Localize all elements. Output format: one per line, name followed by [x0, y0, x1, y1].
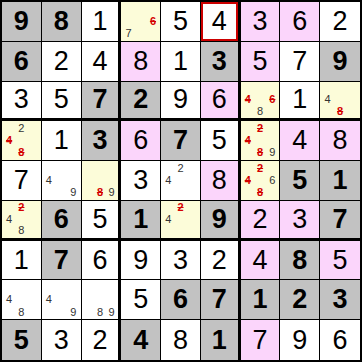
given-digit: 1 — [133, 206, 148, 233]
cell-r3c9[interactable]: 48 — [320, 82, 360, 122]
candidate-eliminated: 2 — [254, 122, 266, 134]
cell-r4c2[interactable]: 1 — [42, 121, 82, 161]
cell-r4c3[interactable]: 3 — [82, 121, 122, 161]
cell-r3c3[interactable]: 7 — [82, 82, 122, 122]
solved-digit: 1 — [14, 247, 29, 274]
cell-r6c8[interactable]: 3 — [280, 201, 320, 241]
given-digit: 6 — [14, 48, 29, 75]
pencil-marks: 468 — [242, 83, 279, 118]
solved-digit: 5 — [253, 48, 268, 75]
cell-r6c1[interactable]: 248 — [2, 201, 42, 241]
cell-r4c4[interactable]: 6 — [121, 121, 161, 161]
cell-r2c3[interactable]: 4 — [82, 42, 122, 82]
cell-r4c6[interactable]: 5 — [201, 121, 241, 161]
solved-digit: 9 — [133, 247, 148, 274]
cell-r3c8[interactable]: 1 — [280, 82, 320, 122]
cell-r8c9[interactable]: 3 — [320, 280, 360, 320]
cell-r5c8[interactable]: 5 — [280, 161, 320, 201]
cell-r3c1[interactable]: 3 — [2, 82, 42, 122]
cell-r7c7[interactable]: 4 — [241, 241, 281, 281]
cell-r8c4[interactable]: 5 — [121, 280, 161, 320]
solved-digit: 8 — [173, 327, 188, 354]
cell-r3c2[interactable]: 5 — [42, 82, 82, 122]
given-digit: 6 — [54, 206, 69, 233]
cell-r2c8[interactable]: 7 — [280, 42, 320, 82]
solved-digit: 5 — [212, 127, 227, 154]
candidate: 9 — [67, 187, 79, 199]
cell-r8c8[interactable]: 2 — [280, 280, 320, 320]
cell-r1c3[interactable]: 1 — [82, 2, 122, 42]
solved-digit: 1 — [54, 127, 69, 154]
pencil-marks: 2489 — [242, 122, 279, 159]
cell-r1c9[interactable]: 2 — [320, 2, 360, 42]
solved-digit: 6 — [333, 327, 348, 354]
cell-r9c3[interactable]: 2 — [82, 320, 122, 360]
pencil-marks: 89 — [83, 281, 118, 318]
solved-digit: 4 — [212, 8, 227, 35]
cell-r2c2[interactable]: 2 — [42, 42, 82, 82]
solved-digit: 3 — [173, 247, 188, 274]
solved-digit: 2 — [92, 327, 107, 354]
cell-r4c9[interactable]: 8 — [320, 121, 360, 161]
candidate: 4 — [43, 294, 55, 306]
cell-r1c8[interactable]: 6 — [280, 2, 320, 42]
cell-r2c7[interactable]: 5 — [241, 42, 281, 82]
cell-r2c6[interactable]: 3 — [201, 42, 241, 82]
solved-digit: 5 — [173, 8, 188, 35]
given-digit: 3 — [333, 286, 348, 313]
solved-digit: 4 — [92, 48, 107, 75]
pencil-marks: 89 — [83, 162, 118, 199]
given-digit: 3 — [92, 127, 107, 154]
candidate-eliminated: 4 — [3, 135, 15, 147]
cell-r6c5[interactable]: 24 — [161, 201, 201, 241]
solved-digit: 5 — [133, 286, 148, 313]
cell-r5c7[interactable]: 2468 — [241, 161, 281, 201]
given-digit: 2 — [292, 286, 307, 313]
cell-r2c4[interactable]: 8 — [121, 42, 161, 82]
cell-r5c9[interactable]: 1 — [320, 161, 360, 201]
cell-r7c6[interactable]: 2 — [201, 241, 241, 281]
cell-r8c6[interactable]: 7 — [201, 280, 241, 320]
candidate-eliminated: 8 — [254, 147, 266, 159]
cell-r1c5[interactable]: 5 — [161, 2, 201, 42]
cell-r1c6-selected[interactable]: 4 — [201, 2, 241, 42]
cell-r4c5[interactable]: 7 — [161, 121, 201, 161]
solved-digit: 2 — [54, 48, 69, 75]
solved-digit: 6 — [133, 127, 148, 154]
candidate: 8 — [94, 306, 106, 318]
candidate: 4 — [162, 213, 174, 225]
solved-digit: 7 — [253, 327, 268, 354]
cell-r1c4[interactable]: 67 — [121, 2, 161, 42]
cell-r3c5[interactable]: 9 — [161, 82, 201, 122]
cell-r2c9[interactable]: 9 — [320, 42, 360, 82]
cell-r4c8[interactable]: 4 — [280, 121, 320, 161]
cell-r2c5[interactable]: 1 — [161, 42, 201, 82]
solved-digit: 3 — [253, 8, 268, 35]
solved-digit: 6 — [212, 86, 227, 113]
cell-r9c9[interactable]: 6 — [320, 320, 360, 360]
cell-r7c2[interactable]: 7 — [42, 241, 82, 281]
given-digit: 4 — [133, 327, 148, 354]
pencil-marks: 24 — [162, 162, 199, 199]
cell-r8c5[interactable]: 6 — [161, 280, 201, 320]
pencil-marks: 49 — [43, 281, 80, 318]
candidate-eliminated: 6 — [147, 15, 159, 27]
candidate: 8 — [254, 106, 266, 118]
solved-digit: 7 — [292, 48, 307, 75]
given-digit: 1 — [212, 327, 227, 354]
cell-r9c5[interactable]: 8 — [161, 320, 201, 360]
solved-digit: 8 — [133, 48, 148, 75]
candidate-eliminated: 8 — [254, 187, 266, 199]
candidate-eliminated: 8 — [15, 147, 27, 159]
cell-r7c9[interactable]: 5 — [320, 241, 360, 281]
cell-r5c3[interactable]: 89 — [82, 161, 122, 201]
solved-digit: 8 — [333, 127, 348, 154]
solved-digit: 1 — [173, 48, 188, 75]
candidate: 6 — [266, 174, 278, 186]
cell-r5c2[interactable]: 49 — [42, 161, 82, 201]
solved-digit: 7 — [14, 167, 29, 194]
cell-r9c4[interactable]: 4 — [121, 320, 161, 360]
sudoku-board: 9816754362624813579357296468148248136752… — [0, 0, 362, 362]
cell-r6c2[interactable]: 6 — [42, 201, 82, 241]
given-digit: 7 — [92, 86, 107, 113]
cell-r2c1[interactable]: 6 — [2, 42, 42, 82]
candidate: 4 — [321, 94, 334, 106]
given-digit: 2 — [133, 86, 148, 113]
candidate-eliminated: 8 — [94, 187, 106, 199]
given-digit: 7 — [173, 127, 188, 154]
given-digit: 7 — [54, 247, 69, 274]
cell-r7c1[interactable]: 1 — [2, 241, 42, 281]
solved-digit: 2 — [333, 8, 348, 35]
candidate: 8 — [15, 225, 27, 237]
given-digit: 1 — [253, 286, 268, 313]
candidate-eliminated: 2 — [254, 162, 266, 174]
pencil-marks: 48 — [3, 281, 40, 318]
candidate: 8 — [15, 306, 27, 318]
candidate-eliminated: 8 — [334, 106, 347, 118]
candidate: 4 — [43, 174, 55, 186]
cell-r5c1[interactable]: 7 — [2, 161, 42, 201]
solved-digit: 3 — [133, 167, 148, 194]
candidate-eliminated: 4 — [242, 174, 254, 186]
given-digit: 7 — [212, 286, 227, 313]
candidate: 9 — [106, 187, 118, 199]
cell-r5c4[interactable]: 3 — [121, 161, 161, 201]
sudoku-app: 9816754362624813579357296468148248136752… — [0, 0, 362, 362]
cell-r7c3[interactable]: 6 — [82, 241, 122, 281]
cell-r6c4[interactable]: 1 — [121, 201, 161, 241]
cell-r1c7[interactable]: 3 — [241, 2, 281, 42]
candidate-eliminated: 6 — [266, 94, 278, 106]
cell-r7c5[interactable]: 3 — [161, 241, 201, 281]
solved-digit: 2 — [212, 247, 227, 274]
solved-digit: 3 — [54, 327, 69, 354]
given-digit: 8 — [292, 247, 307, 274]
solved-digit: 8 — [212, 167, 227, 194]
cell-r8c3[interactable]: 89 — [82, 280, 122, 320]
given-digit: 8 — [54, 8, 69, 35]
solved-digit: 5 — [92, 206, 107, 233]
cell-r9c6[interactable]: 1 — [201, 320, 241, 360]
solved-digit: 4 — [292, 127, 307, 154]
pencil-marks: 48 — [321, 83, 359, 118]
cell-r6c9[interactable]: 7 — [320, 201, 360, 241]
cell-r6c7[interactable]: 2 — [241, 201, 281, 241]
cell-r8c1[interactable]: 48 — [2, 280, 42, 320]
cell-r8c2[interactable]: 49 — [42, 280, 82, 320]
cell-r5c6[interactable]: 8 — [201, 161, 241, 201]
pencil-marks: 2468 — [242, 162, 279, 199]
given-digit: 3 — [212, 48, 227, 75]
cell-r6c3[interactable]: 5 — [82, 201, 122, 241]
candidate-eliminated: 4 — [242, 135, 254, 147]
candidate: 7 — [122, 28, 134, 40]
given-digit: 9 — [333, 48, 348, 75]
solved-digit: 4 — [253, 247, 268, 274]
solved-digit: 9 — [292, 327, 307, 354]
pencil-marks: 248 — [3, 202, 40, 237]
cell-r1c2[interactable]: 8 — [42, 2, 82, 42]
pencil-marks: 24 — [162, 202, 199, 237]
cell-r6c6[interactable]: 9 — [201, 201, 241, 241]
cell-r1c1[interactable]: 9 — [2, 2, 42, 42]
candidate: 4 — [162, 174, 174, 186]
solved-digit: 9 — [173, 86, 188, 113]
solved-digit: 1 — [92, 8, 107, 35]
given-digit: 5 — [14, 327, 29, 354]
cell-r5c5[interactable]: 24 — [161, 161, 201, 201]
given-digit: 9 — [14, 8, 29, 35]
cell-r9c2[interactable]: 3 — [42, 320, 82, 360]
given-digit: 1 — [333, 167, 348, 194]
candidate: 4 — [3, 294, 15, 306]
given-digit: 7 — [333, 206, 348, 233]
candidate-eliminated: 2 — [174, 202, 186, 214]
cell-r7c8[interactable]: 8 — [280, 241, 320, 281]
candidate: 9 — [67, 306, 79, 318]
solved-digit: 5 — [333, 247, 348, 274]
candidate: 9 — [106, 306, 118, 318]
given-digit: 9 — [212, 206, 227, 233]
cell-r9c8[interactable]: 9 — [280, 320, 320, 360]
pencil-marks: 67 — [122, 3, 159, 40]
cell-r3c7[interactable]: 468 — [241, 82, 281, 122]
candidate-eliminated: 4 — [242, 94, 254, 106]
cell-r7c4[interactable]: 9 — [121, 241, 161, 281]
candidate: 9 — [266, 147, 278, 159]
solved-digit: 3 — [292, 206, 307, 233]
candidate: 2 — [174, 162, 186, 174]
candidate-eliminated: 2 — [15, 202, 27, 214]
given-digit: 5 — [292, 167, 307, 194]
cell-r9c1[interactable]: 5 — [2, 320, 42, 360]
cell-r4c1[interactable]: 248 — [2, 121, 42, 161]
solved-digit: 2 — [253, 206, 268, 233]
solved-digit: 5 — [54, 86, 69, 113]
given-digit: 6 — [173, 286, 188, 313]
pencil-marks: 248 — [3, 122, 40, 159]
cell-r8c7[interactable]: 1 — [241, 280, 281, 320]
cell-r9c7[interactable]: 7 — [241, 320, 281, 360]
solved-digit: 6 — [292, 8, 307, 35]
pencil-marks: 49 — [43, 162, 80, 199]
cell-r4c7[interactable]: 2489 — [241, 121, 281, 161]
solved-digit: 3 — [14, 86, 29, 113]
solved-digit: 1 — [292, 86, 307, 113]
cell-r3c4[interactable]: 2 — [121, 82, 161, 122]
candidate: 4 — [3, 213, 15, 225]
solved-digit: 6 — [92, 247, 107, 274]
candidate: 2 — [15, 122, 27, 134]
cell-r3c6[interactable]: 6 — [201, 82, 241, 122]
